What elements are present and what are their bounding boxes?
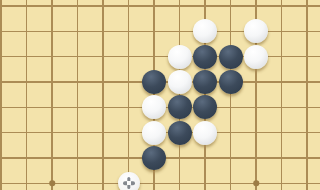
star-point bbox=[49, 181, 55, 187]
board-intersection[interactable] bbox=[65, 171, 91, 190]
move-crosshair-icon bbox=[123, 177, 135, 189]
board-intersection[interactable] bbox=[90, 69, 116, 94]
black-stone bbox=[193, 70, 217, 94]
board-intersection[interactable] bbox=[0, 95, 14, 120]
black-stone bbox=[142, 146, 166, 170]
board-intersection[interactable] bbox=[167, 95, 193, 120]
board-intersection[interactable] bbox=[294, 0, 320, 19]
board-intersection[interactable] bbox=[269, 120, 295, 145]
board-intersection[interactable] bbox=[65, 19, 91, 44]
white-stone bbox=[193, 19, 217, 43]
board-intersection[interactable] bbox=[39, 0, 65, 19]
board-intersection[interactable] bbox=[218, 69, 244, 94]
board-intersection[interactable] bbox=[39, 171, 65, 190]
black-stone bbox=[142, 70, 166, 94]
board bbox=[0, 0, 320, 190]
board-intersection[interactable] bbox=[294, 95, 320, 120]
board-intersection[interactable] bbox=[65, 44, 91, 69]
board-intersection[interactable] bbox=[39, 19, 65, 44]
board-intersection[interactable] bbox=[0, 171, 14, 190]
board-intersection[interactable] bbox=[141, 120, 167, 145]
white-stone bbox=[142, 95, 166, 119]
board-intersection[interactable] bbox=[218, 44, 244, 69]
board-intersection[interactable] bbox=[90, 120, 116, 145]
board-intersection[interactable] bbox=[65, 69, 91, 94]
white-stone bbox=[142, 121, 166, 145]
board-intersection[interactable] bbox=[167, 44, 193, 69]
board-intersection[interactable] bbox=[0, 145, 14, 170]
board-intersection[interactable] bbox=[90, 19, 116, 44]
board-intersection[interactable] bbox=[192, 171, 218, 190]
white-stone bbox=[168, 45, 192, 69]
board-intersection[interactable] bbox=[0, 44, 14, 69]
board-intersection[interactable] bbox=[167, 19, 193, 44]
white-stone bbox=[244, 19, 268, 43]
star-point bbox=[253, 181, 259, 187]
board-intersection[interactable] bbox=[218, 19, 244, 44]
board-intersection[interactable] bbox=[0, 120, 14, 145]
board-intersection[interactable] bbox=[14, 0, 40, 19]
board-intersection[interactable] bbox=[167, 69, 193, 94]
board-intersection[interactable] bbox=[218, 145, 244, 170]
board-intersection[interactable] bbox=[116, 69, 142, 94]
black-stone bbox=[193, 95, 217, 119]
black-stone bbox=[193, 45, 217, 69]
board-intersection[interactable] bbox=[14, 44, 40, 69]
board-intersection[interactable] bbox=[65, 145, 91, 170]
board-intersection[interactable] bbox=[192, 44, 218, 69]
board-intersection[interactable] bbox=[116, 0, 142, 19]
board-intersection[interactable] bbox=[294, 69, 320, 94]
board-intersection[interactable] bbox=[116, 19, 142, 44]
board-intersection[interactable] bbox=[39, 145, 65, 170]
board-intersection[interactable] bbox=[14, 69, 40, 94]
placement-cursor[interactable] bbox=[118, 172, 140, 190]
board-intersection[interactable] bbox=[243, 171, 269, 190]
board-intersection[interactable] bbox=[192, 69, 218, 94]
board-intersection[interactable] bbox=[90, 95, 116, 120]
board-intersection[interactable] bbox=[218, 95, 244, 120]
board-intersection[interactable] bbox=[167, 171, 193, 190]
black-stone bbox=[219, 45, 243, 69]
black-stone bbox=[219, 70, 243, 94]
board-intersection[interactable] bbox=[269, 95, 295, 120]
board-intersection[interactable] bbox=[167, 120, 193, 145]
board-intersection[interactable] bbox=[39, 120, 65, 145]
black-stone bbox=[168, 95, 192, 119]
board-intersection[interactable] bbox=[269, 0, 295, 19]
board-intersection[interactable] bbox=[218, 171, 244, 190]
board-intersection[interactable] bbox=[243, 69, 269, 94]
board-intersection[interactable] bbox=[294, 19, 320, 44]
board-intersection[interactable] bbox=[269, 44, 295, 69]
board-intersection[interactable] bbox=[65, 95, 91, 120]
board-intersection[interactable] bbox=[192, 145, 218, 170]
board-intersection[interactable] bbox=[269, 145, 295, 170]
board-intersection[interactable] bbox=[14, 95, 40, 120]
board-intersection[interactable] bbox=[65, 0, 91, 19]
board-intersection[interactable] bbox=[141, 19, 167, 44]
board-intersection[interactable] bbox=[116, 145, 142, 170]
board-intersection[interactable] bbox=[243, 0, 269, 19]
board-intersection[interactable] bbox=[269, 171, 295, 190]
board-intersection[interactable] bbox=[90, 171, 116, 190]
board-intersection[interactable] bbox=[116, 120, 142, 145]
board-intersection[interactable] bbox=[39, 69, 65, 94]
board-intersection[interactable] bbox=[141, 145, 167, 170]
board-intersection[interactable] bbox=[0, 69, 14, 94]
board-intersection[interactable] bbox=[294, 171, 320, 190]
board-intersection[interactable] bbox=[141, 69, 167, 94]
black-stone bbox=[168, 121, 192, 145]
white-stone bbox=[168, 70, 192, 94]
board-intersection[interactable] bbox=[243, 95, 269, 120]
board-intersection[interactable] bbox=[218, 0, 244, 19]
board-intersection[interactable] bbox=[269, 19, 295, 44]
gomoku-screen bbox=[0, 0, 320, 190]
board-intersection[interactable] bbox=[294, 120, 320, 145]
board-intersection[interactable] bbox=[65, 120, 91, 145]
board-intersection[interactable] bbox=[39, 44, 65, 69]
board-intersection[interactable] bbox=[0, 0, 14, 19]
board-intersection[interactable] bbox=[39, 95, 65, 120]
board-intersection[interactable] bbox=[141, 0, 167, 19]
board-intersection[interactable] bbox=[116, 95, 142, 120]
board-intersection[interactable] bbox=[14, 120, 40, 145]
board-intersection[interactable] bbox=[294, 145, 320, 170]
board-intersection[interactable] bbox=[243, 120, 269, 145]
board-intersection[interactable] bbox=[167, 0, 193, 19]
board-intersection[interactable] bbox=[243, 19, 269, 44]
board-intersection[interactable] bbox=[90, 44, 116, 69]
board-intersection[interactable] bbox=[141, 44, 167, 69]
board-intersection[interactable] bbox=[294, 44, 320, 69]
board-intersection[interactable] bbox=[90, 0, 116, 19]
board-intersection[interactable] bbox=[192, 0, 218, 19]
board-intersection[interactable] bbox=[243, 44, 269, 69]
board-intersection[interactable] bbox=[116, 44, 142, 69]
board-intersection[interactable] bbox=[14, 145, 40, 170]
board-intersection[interactable] bbox=[90, 145, 116, 170]
board-intersection[interactable] bbox=[14, 171, 40, 190]
board-intersection[interactable] bbox=[141, 171, 167, 190]
board-intersection[interactable] bbox=[218, 120, 244, 145]
board-intersection[interactable] bbox=[269, 69, 295, 94]
board-intersection[interactable] bbox=[116, 171, 142, 190]
board-intersection[interactable] bbox=[192, 19, 218, 44]
board-intersection[interactable] bbox=[243, 145, 269, 170]
board-intersection[interactable] bbox=[141, 95, 167, 120]
board-intersection[interactable] bbox=[192, 95, 218, 120]
board-intersection[interactable] bbox=[192, 120, 218, 145]
board-intersection[interactable] bbox=[14, 19, 40, 44]
white-stone bbox=[193, 121, 217, 145]
board-intersection[interactable] bbox=[0, 19, 14, 44]
board-intersection[interactable] bbox=[167, 145, 193, 170]
white-stone bbox=[244, 45, 268, 69]
